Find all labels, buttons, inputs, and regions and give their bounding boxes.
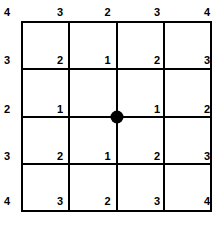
- lattice-number: 2: [57, 55, 63, 66]
- lattice-number: 1: [104, 151, 110, 162]
- lattice-number: 4: [4, 6, 10, 17]
- lattice-number: 3: [154, 196, 160, 207]
- lattice-number: 3: [4, 55, 10, 66]
- lattice-number: 3: [154, 6, 160, 17]
- lattice-number: 4: [204, 6, 210, 17]
- lattice-number: 2: [154, 55, 160, 66]
- lattice-number: 2: [204, 104, 210, 115]
- lattice-number: 3: [204, 151, 210, 162]
- lattice-number: 1: [104, 55, 110, 66]
- center-dot: [110, 110, 123, 123]
- cell: [70, 70, 115, 115]
- lattice-number: 4: [4, 196, 10, 207]
- lattice-number: 1: [57, 104, 63, 115]
- lattice-number: 2: [57, 151, 63, 162]
- lattice-number: 2: [104, 196, 110, 207]
- lattice-number: 1: [154, 104, 160, 115]
- lattice-number: 3: [57, 196, 63, 207]
- lattice-number: 2: [104, 6, 110, 17]
- lattice-number: 3: [4, 151, 10, 162]
- lattice-number: 2: [4, 104, 10, 115]
- lattice-number: 3: [204, 55, 210, 66]
- lattice-number: 3: [57, 6, 63, 17]
- lattice-number: 4: [204, 196, 210, 207]
- lattice-number: 2: [154, 151, 160, 162]
- diagram-canvas: 432343212321123212343234: [0, 0, 221, 230]
